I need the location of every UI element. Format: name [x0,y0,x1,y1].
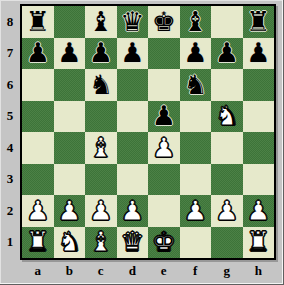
rank-label-4: 4 [0,132,20,164]
square-f5[interactable] [180,101,212,133]
piece-black-knight[interactable]: ♞ [183,70,207,100]
square-e7[interactable] [148,38,180,70]
piece-black-pawn[interactable]: ♟ [215,38,239,68]
square-h1[interactable]: ♜ [243,227,275,259]
piece-white-rook[interactable]: ♜ [246,227,270,257]
piece-black-pawn[interactable]: ♟ [26,38,50,68]
piece-black-rook[interactable]: ♜ [246,7,270,37]
square-a3[interactable] [22,164,54,196]
piece-black-pawn[interactable]: ♟ [246,38,270,68]
square-e2[interactable] [148,195,180,227]
piece-white-pawn[interactable]: ♟ [215,196,239,226]
rank-label-8: 8 [0,6,20,38]
file-label-g: g [211,260,243,282]
square-c4[interactable]: ♝ [85,132,117,164]
piece-white-pawn[interactable]: ♟ [152,133,176,163]
piece-black-pawn[interactable]: ♟ [120,38,144,68]
file-label-c: c [85,260,117,282]
square-g5[interactable]: ♞ [211,101,243,133]
square-f3[interactable] [180,164,212,196]
square-a6[interactable] [22,69,54,101]
rank-label-7: 7 [0,38,20,70]
rank-label-1: 1 [0,227,20,259]
square-a8[interactable]: ♜ [22,6,54,38]
square-c1[interactable]: ♝ [85,227,117,259]
piece-black-rook[interactable]: ♜ [26,7,50,37]
piece-black-king[interactable]: ♚ [152,7,176,37]
piece-black-pawn[interactable]: ♟ [57,38,81,68]
piece-black-bishop[interactable]: ♝ [89,7,113,37]
square-b1[interactable]: ♞ [54,227,86,259]
square-b2[interactable]: ♟ [54,195,86,227]
square-g3[interactable] [211,164,243,196]
square-d7[interactable]: ♟ [117,38,149,70]
piece-white-queen[interactable]: ♛ [120,227,144,257]
square-e5[interactable]: ♟ [148,101,180,133]
square-d5[interactable] [117,101,149,133]
square-d2[interactable]: ♟ [117,195,149,227]
square-f8[interactable]: ♝ [180,6,212,38]
square-b6[interactable] [54,69,86,101]
square-a2[interactable]: ♟ [22,195,54,227]
square-b5[interactable] [54,101,86,133]
square-c2[interactable]: ♟ [85,195,117,227]
square-b3[interactable] [54,164,86,196]
square-e3[interactable] [148,164,180,196]
square-c7[interactable]: ♟ [85,38,117,70]
rank-label-6: 6 [0,69,20,101]
square-g1[interactable] [211,227,243,259]
square-g8[interactable] [211,6,243,38]
square-e8[interactable]: ♚ [148,6,180,38]
square-g2[interactable]: ♟ [211,195,243,227]
square-h6[interactable] [243,69,275,101]
rank-labels: 87654321 [0,6,20,258]
piece-white-pawn[interactable]: ♟ [26,196,50,226]
square-b7[interactable]: ♟ [54,38,86,70]
square-e1[interactable]: ♚ [148,227,180,259]
piece-white-knight[interactable]: ♞ [215,101,239,131]
square-c6[interactable]: ♞ [85,69,117,101]
piece-black-pawn[interactable]: ♟ [152,101,176,131]
piece-white-bishop[interactable]: ♝ [89,133,113,163]
square-b8[interactable] [54,6,86,38]
chess-board: ♜♝♛♚♝♜♟♟♟♟♟♟♟♞♞♟♞♝♟♟♟♟♟♟♟♟♜♞♝♛♚♜ [20,4,276,260]
square-f7[interactable]: ♟ [180,38,212,70]
file-label-a: a [22,260,54,282]
square-g4[interactable] [211,132,243,164]
piece-black-queen[interactable]: ♛ [120,7,144,37]
square-f2[interactable]: ♟ [180,195,212,227]
square-a7[interactable]: ♟ [22,38,54,70]
square-h4[interactable] [243,132,275,164]
square-c3[interactable] [85,164,117,196]
rank-label-3: 3 [0,164,20,196]
chess-diagram-panel: 87654321 ♜♝♛♚♝♜♟♟♟♟♟♟♟♞♞♟♞♝♟♟♟♟♟♟♟♟♜♞♝♛♚… [0,0,284,285]
square-c5[interactable] [85,101,117,133]
file-labels: abcdefgh [22,260,274,282]
square-d6[interactable] [117,69,149,101]
square-e4[interactable]: ♟ [148,132,180,164]
square-g6[interactable] [211,69,243,101]
square-h3[interactable] [243,164,275,196]
piece-white-king[interactable]: ♚ [152,227,176,257]
square-f4[interactable] [180,132,212,164]
piece-white-rook[interactable]: ♜ [26,227,50,257]
square-d3[interactable] [117,164,149,196]
piece-black-pawn[interactable]: ♟ [183,38,207,68]
square-a1[interactable]: ♜ [22,227,54,259]
file-label-d: d [117,260,149,282]
piece-black-bishop[interactable]: ♝ [183,7,207,37]
square-a5[interactable] [22,101,54,133]
piece-white-bishop[interactable]: ♝ [89,227,113,257]
square-f1[interactable] [180,227,212,259]
file-label-b: b [54,260,86,282]
piece-white-pawn[interactable]: ♟ [57,196,81,226]
piece-white-pawn[interactable]: ♟ [246,196,270,226]
piece-white-pawn[interactable]: ♟ [183,196,207,226]
square-d8[interactable]: ♛ [117,6,149,38]
piece-black-knight[interactable]: ♞ [89,70,113,100]
square-c8[interactable]: ♝ [85,6,117,38]
piece-white-knight[interactable]: ♞ [57,227,81,257]
square-h7[interactable]: ♟ [243,38,275,70]
square-h8[interactable]: ♜ [243,6,275,38]
piece-black-pawn[interactable]: ♟ [89,38,113,68]
square-a4[interactable] [22,132,54,164]
rank-label-2: 2 [0,195,20,227]
file-label-e: e [148,260,180,282]
piece-white-pawn[interactable]: ♟ [89,196,113,226]
square-f6[interactable]: ♞ [180,69,212,101]
square-h5[interactable] [243,101,275,133]
piece-white-pawn[interactable]: ♟ [120,196,144,226]
square-d1[interactable]: ♛ [117,227,149,259]
square-d4[interactable] [117,132,149,164]
square-b4[interactable] [54,132,86,164]
rank-label-5: 5 [0,101,20,133]
square-g7[interactable]: ♟ [211,38,243,70]
square-e6[interactable] [148,69,180,101]
file-label-f: f [180,260,212,282]
file-label-h: h [243,260,275,282]
square-h2[interactable]: ♟ [243,195,275,227]
